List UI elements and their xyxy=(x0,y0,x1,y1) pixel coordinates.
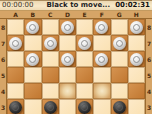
square-A4[interactable] xyxy=(7,83,24,99)
black-clock: 00:02:31 xyxy=(115,1,150,10)
square-A3[interactable] xyxy=(7,99,24,114)
square-C7[interactable] xyxy=(42,35,59,51)
white-man-F6[interactable] xyxy=(95,53,108,66)
column-label-B: B xyxy=(24,11,41,19)
square-D7[interactable] xyxy=(59,35,76,51)
black-man-G3[interactable] xyxy=(113,101,126,114)
square-D5[interactable] xyxy=(59,67,76,83)
row-label-right-8: 8 xyxy=(145,19,152,35)
white-man-C7[interactable] xyxy=(44,37,57,50)
board-corner-top-left xyxy=(0,11,7,19)
row-label-right-3: 3 xyxy=(145,99,152,114)
checkers-app-window: 00:00:00 Black to move... 00:02:31 ABCDE… xyxy=(0,0,152,114)
square-E8[interactable] xyxy=(76,19,93,35)
column-label-G: G xyxy=(111,11,128,19)
square-G8[interactable] xyxy=(111,19,128,35)
square-F4[interactable] xyxy=(93,83,110,99)
square-A6[interactable] xyxy=(7,51,24,67)
square-B6[interactable] xyxy=(24,51,41,67)
square-D3[interactable] xyxy=(59,99,76,114)
square-H8[interactable] xyxy=(128,19,145,35)
square-D6[interactable] xyxy=(59,51,76,67)
column-label-C: C xyxy=(42,11,59,19)
top-bar: 00:00:00 Black to move... 00:02:31 xyxy=(0,1,152,11)
square-G4[interactable] xyxy=(111,83,128,99)
square-F3[interactable] xyxy=(93,99,110,114)
square-E4[interactable] xyxy=(76,83,93,99)
white-man-E7[interactable] xyxy=(78,37,91,50)
square-E6[interactable] xyxy=(76,51,93,67)
square-C5[interactable] xyxy=(42,67,59,83)
row-label-left-7: 7 xyxy=(0,35,7,51)
square-G3[interactable] xyxy=(111,99,128,114)
status-text: Black to move... xyxy=(46,1,110,10)
white-man-H8[interactable] xyxy=(130,21,143,34)
square-E5[interactable] xyxy=(76,67,93,83)
white-man-D6[interactable] xyxy=(61,53,74,66)
white-man-D8[interactable] xyxy=(61,21,74,34)
square-D8[interactable] xyxy=(59,19,76,35)
square-F7[interactable] xyxy=(93,35,110,51)
square-H6[interactable] xyxy=(128,51,145,67)
column-label-H: H xyxy=(128,11,145,19)
black-man-E3[interactable] xyxy=(78,101,91,114)
row-label-right-5: 5 xyxy=(145,67,152,83)
square-B3[interactable] xyxy=(24,99,41,114)
row-label-left-6: 6 xyxy=(0,51,7,67)
white-man-G7[interactable] xyxy=(113,37,126,50)
square-G6[interactable] xyxy=(111,51,128,67)
column-label-F: F xyxy=(93,11,110,19)
square-D4[interactable] xyxy=(59,83,76,99)
white-man-H6[interactable] xyxy=(130,53,143,66)
row-label-right-7: 7 xyxy=(145,35,152,51)
square-B5[interactable] xyxy=(24,67,41,83)
square-E7[interactable] xyxy=(76,35,93,51)
board: ABCDEFGH8877665544332211 xyxy=(0,11,152,114)
row-label-left-5: 5 xyxy=(0,67,7,83)
row-label-left-8: 8 xyxy=(0,19,7,35)
square-A7[interactable] xyxy=(7,35,24,51)
square-A8[interactable] xyxy=(7,19,24,35)
black-man-A3[interactable] xyxy=(9,101,22,114)
square-H4[interactable] xyxy=(128,83,145,99)
white-man-A7[interactable] xyxy=(9,37,22,50)
square-F6[interactable] xyxy=(93,51,110,67)
black-man-C3[interactable] xyxy=(44,101,57,114)
white-man-B6[interactable] xyxy=(26,53,39,66)
square-B4[interactable] xyxy=(24,83,41,99)
square-C4[interactable] xyxy=(42,83,59,99)
square-G5[interactable] xyxy=(111,67,128,83)
square-B7[interactable] xyxy=(24,35,41,51)
square-E3[interactable] xyxy=(76,99,93,114)
square-C3[interactable] xyxy=(42,99,59,114)
row-label-left-4: 4 xyxy=(0,83,7,99)
white-clock: 00:00:00 xyxy=(2,1,33,10)
column-label-D: D xyxy=(59,11,76,19)
square-C8[interactable] xyxy=(42,19,59,35)
square-H7[interactable] xyxy=(128,35,145,51)
square-B8[interactable] xyxy=(24,19,41,35)
square-H3[interactable] xyxy=(128,99,145,114)
white-man-B8[interactable] xyxy=(26,21,39,34)
column-label-E: E xyxy=(76,11,93,19)
square-G7[interactable] xyxy=(111,35,128,51)
row-label-right-4: 4 xyxy=(145,83,152,99)
row-label-left-3: 3 xyxy=(0,99,7,114)
board-corner-top-right xyxy=(145,11,152,19)
square-C6[interactable] xyxy=(42,51,59,67)
square-F5[interactable] xyxy=(93,67,110,83)
square-A5[interactable] xyxy=(7,67,24,83)
square-F8[interactable] xyxy=(93,19,110,35)
column-label-A: A xyxy=(7,11,24,19)
square-H5[interactable] xyxy=(128,67,145,83)
white-man-F8[interactable] xyxy=(95,21,108,34)
row-label-right-6: 6 xyxy=(145,51,152,67)
